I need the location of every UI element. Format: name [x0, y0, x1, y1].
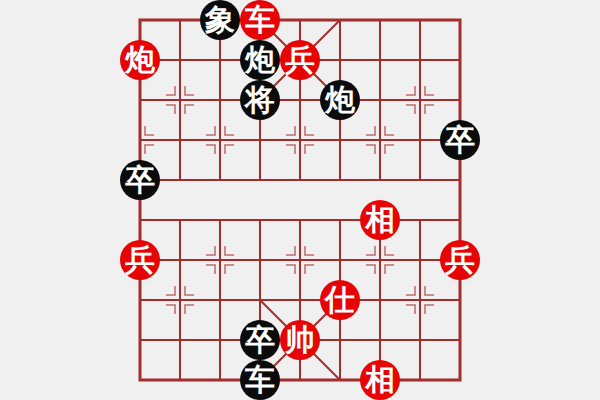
- point-3-0[interactable]: 车: [240, 0, 280, 40]
- point-0-2[interactable]: [120, 80, 160, 120]
- point-3-8[interactable]: 卒: [240, 320, 280, 360]
- piece-black-pawn[interactable]: 卒: [240, 320, 280, 360]
- point-7-8[interactable]: [400, 320, 440, 360]
- piece-black-pawn[interactable]: 卒: [120, 160, 160, 200]
- point-5-3[interactable]: [320, 120, 360, 160]
- point-1-7[interactable]: [160, 280, 200, 320]
- point-5-4[interactable]: [320, 160, 360, 200]
- point-8-5[interactable]: [440, 200, 480, 240]
- piece-black-elephant[interactable]: 象: [200, 0, 240, 40]
- point-7-4[interactable]: [400, 160, 440, 200]
- point-1-8[interactable]: [160, 320, 200, 360]
- point-3-6[interactable]: [240, 240, 280, 280]
- piece-red-pawn[interactable]: 兵: [280, 40, 320, 80]
- point-7-2[interactable]: [400, 80, 440, 120]
- piece-red-chariot[interactable]: 车: [240, 0, 280, 40]
- piece-glyph: 炮: [245, 45, 275, 75]
- point-7-6[interactable]: [400, 240, 440, 280]
- piece-black-general[interactable]: 将: [240, 80, 280, 120]
- point-8-0[interactable]: [440, 0, 480, 40]
- point-2-7[interactable]: [200, 280, 240, 320]
- point-3-2[interactable]: 将: [240, 80, 280, 120]
- piece-glyph: 卒: [245, 325, 275, 355]
- point-4-6[interactable]: [280, 240, 320, 280]
- point-0-7[interactable]: [120, 280, 160, 320]
- piece-glyph: 车: [245, 5, 275, 35]
- piece-glyph: 相: [365, 205, 395, 235]
- point-8-6[interactable]: 兵: [440, 240, 480, 280]
- point-2-1[interactable]: [200, 40, 240, 80]
- point-7-0[interactable]: [400, 0, 440, 40]
- point-7-1[interactable]: [400, 40, 440, 80]
- piece-red-pawn[interactable]: 兵: [120, 240, 160, 280]
- point-4-7[interactable]: [280, 280, 320, 320]
- point-8-4[interactable]: [440, 160, 480, 200]
- point-2-4[interactable]: [200, 160, 240, 200]
- point-5-8[interactable]: [320, 320, 360, 360]
- piece-glyph: 相: [365, 365, 395, 395]
- point-2-3[interactable]: [200, 120, 240, 160]
- point-8-9[interactable]: [440, 360, 480, 400]
- xiangqi-board: 象车炮炮兵将炮卒卒相兵兵仕卒帅车相: [120, 0, 480, 400]
- piece-red-advisor[interactable]: 仕: [320, 280, 360, 320]
- point-6-6[interactable]: [360, 240, 400, 280]
- point-6-3[interactable]: [360, 120, 400, 160]
- point-8-8[interactable]: [440, 320, 480, 360]
- point-2-9[interactable]: [200, 360, 240, 400]
- point-6-9[interactable]: 相: [360, 360, 400, 400]
- piece-glyph: 将: [245, 85, 275, 115]
- point-1-1[interactable]: [160, 40, 200, 80]
- piece-glyph: 帅: [285, 325, 315, 355]
- point-0-1[interactable]: 炮: [120, 40, 160, 80]
- point-2-2[interactable]: [200, 80, 240, 120]
- point-0-3[interactable]: [120, 120, 160, 160]
- piece-black-chariot[interactable]: 车: [240, 360, 280, 400]
- piece-red-general[interactable]: 帅: [280, 320, 320, 360]
- point-6-5[interactable]: 相: [360, 200, 400, 240]
- point-3-9[interactable]: 车: [240, 360, 280, 400]
- piece-black-cannon[interactable]: 炮: [320, 80, 360, 120]
- point-2-5[interactable]: [200, 200, 240, 240]
- point-7-7[interactable]: [400, 280, 440, 320]
- point-3-4[interactable]: [240, 160, 280, 200]
- point-8-2[interactable]: [440, 80, 480, 120]
- piece-glyph: 车: [245, 365, 275, 395]
- point-2-6[interactable]: [200, 240, 240, 280]
- piece-glyph: 炮: [325, 85, 355, 115]
- point-0-4[interactable]: 卒: [120, 160, 160, 200]
- point-0-8[interactable]: [120, 320, 160, 360]
- point-6-1[interactable]: [360, 40, 400, 80]
- point-3-3[interactable]: [240, 120, 280, 160]
- point-0-5[interactable]: [120, 200, 160, 240]
- point-6-4[interactable]: [360, 160, 400, 200]
- point-4-2[interactable]: [280, 80, 320, 120]
- piece-red-elephant[interactable]: 相: [360, 360, 400, 400]
- piece-glyph: 炮: [125, 45, 155, 75]
- point-3-7[interactable]: [240, 280, 280, 320]
- point-6-2[interactable]: [360, 80, 400, 120]
- point-7-3[interactable]: [400, 120, 440, 160]
- piece-glyph: 兵: [125, 245, 155, 275]
- piece-glyph: 兵: [445, 245, 475, 275]
- point-1-4[interactable]: [160, 160, 200, 200]
- point-1-6[interactable]: [160, 240, 200, 280]
- point-0-6[interactable]: 兵: [120, 240, 160, 280]
- point-1-0[interactable]: [160, 0, 200, 40]
- point-5-1[interactable]: [320, 40, 360, 80]
- point-3-5[interactable]: [240, 200, 280, 240]
- piece-black-pawn[interactable]: 卒: [440, 120, 480, 160]
- point-7-5[interactable]: [400, 200, 440, 240]
- point-5-2[interactable]: 炮: [320, 80, 360, 120]
- point-7-9[interactable]: [400, 360, 440, 400]
- point-5-7[interactable]: 仕: [320, 280, 360, 320]
- xiangqi-app: 象车炮炮兵将炮卒卒相兵兵仕卒帅车相: [0, 0, 600, 400]
- point-5-5[interactable]: [320, 200, 360, 240]
- point-1-5[interactable]: [160, 200, 200, 240]
- point-8-1[interactable]: [440, 40, 480, 80]
- piece-red-elephant[interactable]: 相: [360, 200, 400, 240]
- point-5-6[interactable]: [320, 240, 360, 280]
- point-1-9[interactable]: [160, 360, 200, 400]
- piece-red-cannon[interactable]: 炮: [120, 40, 160, 80]
- point-3-1[interactable]: 炮: [240, 40, 280, 80]
- point-2-0[interactable]: 象: [200, 0, 240, 40]
- point-6-7[interactable]: [360, 280, 400, 320]
- point-8-7[interactable]: [440, 280, 480, 320]
- point-0-0[interactable]: [120, 0, 160, 40]
- piece-glyph: 卒: [125, 165, 155, 195]
- point-1-2[interactable]: [160, 80, 200, 120]
- point-4-0[interactable]: [280, 0, 320, 40]
- point-4-5[interactable]: [280, 200, 320, 240]
- point-6-8[interactable]: [360, 320, 400, 360]
- point-1-3[interactable]: [160, 120, 200, 160]
- point-6-0[interactable]: [360, 0, 400, 40]
- piece-glyph: 卒: [445, 125, 475, 155]
- piece-black-cannon[interactable]: 炮: [240, 40, 280, 80]
- point-4-8[interactable]: 帅: [280, 320, 320, 360]
- point-4-3[interactable]: [280, 120, 320, 160]
- piece-glyph: 象: [205, 5, 235, 35]
- point-4-1[interactable]: 兵: [280, 40, 320, 80]
- point-5-9[interactable]: [320, 360, 360, 400]
- point-2-8[interactable]: [200, 320, 240, 360]
- point-8-3[interactable]: 卒: [440, 120, 480, 160]
- point-4-9[interactable]: [280, 360, 320, 400]
- piece-glyph: 仕: [325, 285, 355, 315]
- piece-red-pawn[interactable]: 兵: [440, 240, 480, 280]
- point-0-9[interactable]: [120, 360, 160, 400]
- piece-glyph: 兵: [285, 45, 315, 75]
- point-5-0[interactable]: [320, 0, 360, 40]
- point-4-4[interactable]: [280, 160, 320, 200]
